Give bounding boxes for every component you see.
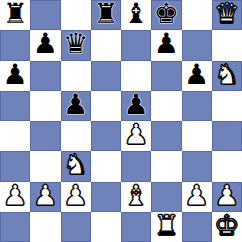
square-g2[interactable]: ♟	[182, 182, 212, 212]
square-c4[interactable]	[61, 121, 91, 151]
square-f6[interactable]	[151, 61, 181, 91]
square-b3[interactable]	[30, 151, 60, 181]
white-pawn[interactable]: ♟	[214, 182, 239, 210]
square-b4[interactable]	[30, 121, 60, 151]
square-g6[interactable]: ♟	[182, 61, 212, 91]
square-e8[interactable]: ♝	[121, 0, 151, 30]
square-e2[interactable]: ♝	[121, 182, 151, 212]
black-king[interactable]: ♚	[154, 0, 179, 28]
square-f4[interactable]	[151, 121, 181, 151]
chess-board: ♜♜♝♚♛♟♛♟♟♟♞♟♟♟♞♟♟♟♝♟♟♜♚	[0, 0, 242, 242]
square-f5[interactable]	[151, 91, 181, 121]
square-h2[interactable]: ♟	[212, 182, 242, 212]
square-d2[interactable]	[91, 182, 121, 212]
square-a8[interactable]: ♜	[0, 0, 30, 30]
white-king[interactable]: ♚	[214, 212, 239, 240]
square-f3[interactable]	[151, 151, 181, 181]
square-e6[interactable]	[121, 61, 151, 91]
white-pawn[interactable]: ♟	[184, 182, 209, 210]
square-b8[interactable]	[30, 0, 60, 30]
square-c7[interactable]: ♛	[61, 30, 91, 60]
square-e7[interactable]	[121, 30, 151, 60]
white-knight[interactable]: ♞	[214, 61, 239, 89]
square-g1[interactable]	[182, 212, 212, 242]
square-c1[interactable]	[61, 212, 91, 242]
square-a4[interactable]	[0, 121, 30, 151]
square-f8[interactable]: ♚	[151, 0, 181, 30]
white-queen[interactable]: ♛	[214, 0, 239, 28]
square-g4[interactable]	[182, 121, 212, 151]
white-pawn[interactable]: ♟	[63, 182, 88, 210]
square-e4[interactable]: ♟	[121, 121, 151, 151]
square-c5[interactable]: ♟	[61, 91, 91, 121]
black-pawn[interactable]: ♟	[33, 30, 58, 58]
square-a1[interactable]	[0, 212, 30, 242]
square-b5[interactable]	[30, 91, 60, 121]
square-d4[interactable]	[91, 121, 121, 151]
square-d8[interactable]: ♜	[91, 0, 121, 30]
square-g3[interactable]	[182, 151, 212, 181]
square-h4[interactable]	[212, 121, 242, 151]
square-h1[interactable]: ♚	[212, 212, 242, 242]
black-pawn[interactable]: ♟	[184, 61, 209, 89]
square-c3[interactable]: ♞	[61, 151, 91, 181]
square-f7[interactable]: ♟	[151, 30, 181, 60]
square-h5[interactable]	[212, 91, 242, 121]
square-h3[interactable]	[212, 151, 242, 181]
square-a6[interactable]: ♟	[0, 61, 30, 91]
white-rook[interactable]: ♜	[154, 212, 179, 240]
square-c2[interactable]: ♟	[61, 182, 91, 212]
square-c8[interactable]	[61, 0, 91, 30]
black-pawn[interactable]: ♟	[124, 91, 149, 119]
black-rook[interactable]: ♜	[93, 0, 118, 28]
square-d5[interactable]	[91, 91, 121, 121]
square-d6[interactable]	[91, 61, 121, 91]
square-c6[interactable]	[61, 61, 91, 91]
white-pawn[interactable]: ♟	[124, 121, 149, 149]
square-h8[interactable]: ♛	[212, 0, 242, 30]
white-knight[interactable]: ♞	[63, 151, 88, 179]
black-queen[interactable]: ♛	[63, 30, 88, 58]
black-bishop[interactable]: ♝	[124, 0, 149, 28]
square-b6[interactable]	[30, 61, 60, 91]
square-g8[interactable]	[182, 0, 212, 30]
black-rook[interactable]: ♜	[3, 0, 28, 28]
black-pawn[interactable]: ♟	[3, 61, 28, 89]
square-f1[interactable]: ♜	[151, 212, 181, 242]
square-e3[interactable]	[121, 151, 151, 181]
square-b7[interactable]: ♟	[30, 30, 60, 60]
white-pawn[interactable]: ♟	[3, 182, 28, 210]
white-pawn[interactable]: ♟	[33, 182, 58, 210]
square-d1[interactable]	[91, 212, 121, 242]
square-a2[interactable]: ♟	[0, 182, 30, 212]
black-pawn[interactable]: ♟	[63, 91, 88, 119]
white-bishop[interactable]: ♝	[124, 182, 149, 210]
square-a5[interactable]	[0, 91, 30, 121]
square-h6[interactable]: ♞	[212, 61, 242, 91]
square-d7[interactable]	[91, 30, 121, 60]
black-pawn[interactable]: ♟	[154, 30, 179, 58]
square-a3[interactable]	[0, 151, 30, 181]
square-g5[interactable]	[182, 91, 212, 121]
square-b1[interactable]	[30, 212, 60, 242]
square-h7[interactable]	[212, 30, 242, 60]
square-e5[interactable]: ♟	[121, 91, 151, 121]
square-e1[interactable]	[121, 212, 151, 242]
square-a7[interactable]	[0, 30, 30, 60]
square-f2[interactable]	[151, 182, 181, 212]
square-g7[interactable]	[182, 30, 212, 60]
square-b2[interactable]: ♟	[30, 182, 60, 212]
square-d3[interactable]	[91, 151, 121, 181]
